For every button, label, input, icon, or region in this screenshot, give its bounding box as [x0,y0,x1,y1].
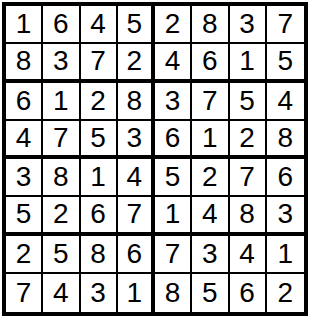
cell-r2c1[interactable]: 8 [6,44,43,82]
cell-r7c4[interactable]: 6 [118,236,155,274]
cell-r6c1[interactable]: 5 [6,197,43,235]
cell-r3c8[interactable]: 4 [267,83,304,121]
cell-r1c4[interactable]: 5 [118,6,155,44]
cell-r3c5[interactable]: 3 [155,83,192,121]
cell-r1c3[interactable]: 4 [81,6,118,44]
cell-r6c8[interactable]: 3 [267,197,304,235]
cell-r4c5[interactable]: 6 [155,121,192,159]
cell-r7c1[interactable]: 2 [6,236,43,274]
cell-r2c3[interactable]: 7 [81,44,118,82]
sudoku-board: 1 6 4 5 2 8 3 7 8 3 7 2 4 6 1 5 6 1 2 8 … [2,2,308,316]
cell-r3c7[interactable]: 5 [230,83,267,121]
cell-r1c6[interactable]: 8 [192,6,229,44]
cell-r2c2[interactable]: 3 [43,44,80,82]
cell-r4c2[interactable]: 7 [43,121,80,159]
cell-r7c7[interactable]: 4 [230,236,267,274]
cell-r4c3[interactable]: 5 [81,121,118,159]
cell-r6c3[interactable]: 6 [81,197,118,235]
cell-r4c1[interactable]: 4 [6,121,43,159]
cell-r5c8[interactable]: 6 [267,159,304,197]
cell-r2c7[interactable]: 1 [230,44,267,82]
cell-r6c2[interactable]: 2 [43,197,80,235]
cell-r8c1[interactable]: 7 [6,274,43,312]
cell-r7c3[interactable]: 8 [81,236,118,274]
cell-r8c7[interactable]: 6 [230,274,267,312]
cell-r8c3[interactable]: 3 [81,274,118,312]
cell-r5c7[interactable]: 7 [230,159,267,197]
cell-r1c5[interactable]: 2 [155,6,192,44]
cell-r5c2[interactable]: 8 [43,159,80,197]
cell-r8c5[interactable]: 8 [155,274,192,312]
cell-r2c5[interactable]: 4 [155,44,192,82]
cell-r4c8[interactable]: 8 [267,121,304,159]
cell-r3c3[interactable]: 2 [81,83,118,121]
cell-r4c4[interactable]: 3 [118,121,155,159]
cell-r8c6[interactable]: 5 [192,274,229,312]
cell-r4c7[interactable]: 2 [230,121,267,159]
cell-r5c5[interactable]: 5 [155,159,192,197]
cell-r6c7[interactable]: 8 [230,197,267,235]
cell-r8c2[interactable]: 4 [43,274,80,312]
cell-r3c6[interactable]: 7 [192,83,229,121]
cell-r8c4[interactable]: 1 [118,274,155,312]
cell-r6c6[interactable]: 4 [192,197,229,235]
cell-r1c7[interactable]: 3 [230,6,267,44]
cell-r6c5[interactable]: 1 [155,197,192,235]
cell-r1c1[interactable]: 1 [6,6,43,44]
cell-r2c4[interactable]: 2 [118,44,155,82]
cell-r2c6[interactable]: 6 [192,44,229,82]
cell-r7c6[interactable]: 3 [192,236,229,274]
cell-r3c4[interactable]: 8 [118,83,155,121]
cell-r7c5[interactable]: 7 [155,236,192,274]
cell-r4c6[interactable]: 1 [192,121,229,159]
cell-r7c8[interactable]: 1 [267,236,304,274]
cell-r1c2[interactable]: 6 [43,6,80,44]
cell-r5c6[interactable]: 2 [192,159,229,197]
cell-r7c2[interactable]: 5 [43,236,80,274]
cell-r3c2[interactable]: 1 [43,83,80,121]
cell-r5c4[interactable]: 4 [118,159,155,197]
cell-r8c8[interactable]: 2 [267,274,304,312]
cell-r1c8[interactable]: 7 [267,6,304,44]
cell-r2c8[interactable]: 5 [267,44,304,82]
cell-r3c1[interactable]: 6 [6,83,43,121]
cell-r6c4[interactable]: 7 [118,197,155,235]
cell-r5c1[interactable]: 3 [6,159,43,197]
cell-r5c3[interactable]: 1 [81,159,118,197]
